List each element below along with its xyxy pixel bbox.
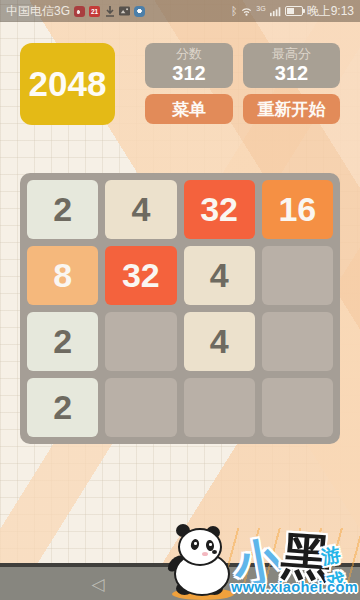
cell-r3c2 [184, 378, 255, 437]
score-box: 分数 312 [145, 43, 233, 88]
cell-r2c1 [105, 312, 176, 371]
gallery-icon [119, 6, 130, 17]
network-type-label: 3G [256, 5, 265, 12]
android-nav-bar: ◁ [0, 563, 360, 600]
game-board[interactable]: 2 4 32 16 8 32 4 2 4 2 [20, 173, 340, 444]
cell-r0c3: 16 [262, 180, 333, 239]
cell-r0c2: 32 [184, 180, 255, 239]
clock-label: 晚上9:13 [307, 3, 354, 20]
best-score-box: 最高分 312 [243, 43, 340, 88]
cell-r3c0: 2 [27, 378, 98, 437]
score-label: 分数 [176, 47, 202, 61]
cell-r3c3 [262, 378, 333, 437]
badge-21-icon: 21 [89, 6, 100, 17]
status-bar-left: 中国电信3G 21 [6, 3, 145, 20]
best-score-value: 312 [275, 62, 308, 84]
score-value: 312 [172, 62, 205, 84]
signal-bars-icon [270, 6, 281, 17]
best-score-label: 最高分 [272, 47, 311, 61]
red-notification-icon [74, 6, 85, 17]
cell-r2c2: 4 [184, 312, 255, 371]
cell-r2c0: 2 [27, 312, 98, 371]
status-bar-right: ᛒ 3G 晚上9:13 [231, 3, 354, 20]
status-bar[interactable]: 中国电信3G 21 ᛒ 3G 晚上9:13 [0, 0, 360, 22]
cell-r1c3 [262, 246, 333, 305]
cell-r2c3 [262, 312, 333, 371]
battery-icon [285, 6, 303, 16]
download-icon [104, 6, 115, 17]
screen: 中国电信3G 21 ᛒ 3G 晚上9:13 2048 分数 [0, 0, 360, 600]
cell-r3c1 [105, 378, 176, 437]
bluetooth-icon: ᛒ [231, 6, 238, 17]
carrier-label: 中国电信3G [6, 3, 70, 20]
messenger-icon [134, 6, 145, 17]
cell-r1c1: 32 [105, 246, 176, 305]
game-logo-tile: 2048 [20, 43, 115, 125]
wifi-icon [241, 6, 252, 17]
cell-r0c0: 2 [27, 180, 98, 239]
menu-button[interactable]: 菜单 [145, 94, 233, 124]
cell-r0c1: 4 [105, 180, 176, 239]
cell-r1c2: 4 [184, 246, 255, 305]
restart-button[interactable]: 重新开始 [243, 94, 340, 124]
cell-r1c0: 8 [27, 246, 98, 305]
back-button[interactable]: ◁ [83, 572, 113, 596]
